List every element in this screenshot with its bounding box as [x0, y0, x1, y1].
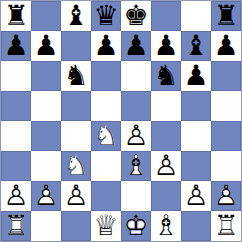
black-queen: ♛	[91, 1, 121, 31]
square-b2[interactable]: ♟♙	[31, 181, 61, 211]
square-f2[interactable]	[151, 181, 181, 211]
black-knight: ♞	[61, 61, 91, 91]
white-queen: ♕	[91, 211, 121, 241]
square-h2[interactable]: ♟♙	[211, 181, 241, 211]
square-b3[interactable]	[31, 151, 61, 181]
white-bishop: ♗	[151, 211, 181, 241]
black-bishop: ♝	[61, 1, 91, 31]
chess-board: ♜♝♛♚♜♟♟♟♟♟♝♟♞♞♟♞♘♟♙♞♘♝♗♟♙♟♙♟♙♟♙♟♙♟♙♜♖♛♕♚…	[0, 0, 242, 242]
square-c1[interactable]	[61, 211, 91, 241]
square-h8[interactable]: ♜	[211, 1, 241, 31]
square-a5[interactable]	[1, 91, 31, 121]
square-g5[interactable]	[181, 91, 211, 121]
square-b7[interactable]: ♟	[31, 31, 61, 61]
square-g4[interactable]	[181, 121, 211, 151]
square-h4[interactable]	[211, 121, 241, 151]
square-b5[interactable]	[31, 91, 61, 121]
square-a1[interactable]: ♜♖	[1, 211, 31, 241]
square-a6[interactable]	[1, 61, 31, 91]
square-d2[interactable]	[91, 181, 121, 211]
black-pawn: ♟	[151, 31, 181, 61]
square-a4[interactable]	[1, 121, 31, 151]
white-rook-fill: ♜	[211, 211, 241, 241]
black-pawn: ♟	[91, 31, 121, 61]
square-f8[interactable]	[151, 1, 181, 31]
square-e4[interactable]: ♟♙	[121, 121, 151, 151]
square-a8[interactable]: ♜	[1, 1, 31, 31]
white-pawn: ♙	[181, 181, 211, 211]
square-f5[interactable]	[151, 91, 181, 121]
square-h3[interactable]	[211, 151, 241, 181]
square-h1[interactable]: ♜♖	[211, 211, 241, 241]
square-e3[interactable]: ♝♗	[121, 151, 151, 181]
square-b6[interactable]	[31, 61, 61, 91]
square-f3[interactable]: ♟♙	[151, 151, 181, 181]
square-b1[interactable]	[31, 211, 61, 241]
square-e5[interactable]	[121, 91, 151, 121]
white-bishop-fill: ♝	[121, 151, 151, 181]
white-pawn-fill: ♟	[151, 151, 181, 181]
square-g3[interactable]	[181, 151, 211, 181]
square-e7[interactable]: ♟	[121, 31, 151, 61]
white-pawn-fill: ♟	[211, 181, 241, 211]
black-bishop: ♝	[181, 31, 211, 61]
white-pawn: ♙	[1, 181, 31, 211]
square-c2[interactable]: ♟♙	[61, 181, 91, 211]
square-c7[interactable]	[61, 31, 91, 61]
white-bishop: ♗	[121, 151, 151, 181]
square-g7[interactable]: ♝	[181, 31, 211, 61]
white-knight-fill: ♞	[61, 151, 91, 181]
white-rook: ♖	[1, 211, 31, 241]
square-d8[interactable]: ♛	[91, 1, 121, 31]
white-king: ♔	[121, 211, 151, 241]
white-pawn-fill: ♟	[121, 121, 151, 151]
square-f4[interactable]	[151, 121, 181, 151]
square-d7[interactable]: ♟	[91, 31, 121, 61]
square-g6[interactable]: ♟	[181, 61, 211, 91]
square-a3[interactable]	[1, 151, 31, 181]
square-d1[interactable]: ♛♕	[91, 211, 121, 241]
black-knight: ♞	[151, 61, 181, 91]
black-pawn: ♟	[1, 31, 31, 61]
square-e2[interactable]	[121, 181, 151, 211]
square-b8[interactable]	[31, 1, 61, 31]
square-h7[interactable]: ♟	[211, 31, 241, 61]
square-e8[interactable]: ♚	[121, 1, 151, 31]
square-a2[interactable]: ♟♙	[1, 181, 31, 211]
black-pawn: ♟	[211, 31, 241, 61]
square-d5[interactable]	[91, 91, 121, 121]
white-pawn: ♙	[211, 181, 241, 211]
white-king-fill: ♚	[121, 211, 151, 241]
square-f1[interactable]: ♝♗	[151, 211, 181, 241]
square-a7[interactable]: ♟	[1, 31, 31, 61]
square-d3[interactable]	[91, 151, 121, 181]
square-g2[interactable]: ♟♙	[181, 181, 211, 211]
black-king: ♚	[121, 1, 151, 31]
white-pawn-fill: ♟	[181, 181, 211, 211]
white-knight-fill: ♞	[91, 121, 121, 151]
white-pawn-fill: ♟	[31, 181, 61, 211]
square-f7[interactable]: ♟	[151, 31, 181, 61]
white-knight: ♘	[61, 151, 91, 181]
square-d6[interactable]	[91, 61, 121, 91]
white-pawn: ♙	[151, 151, 181, 181]
white-pawn: ♙	[61, 181, 91, 211]
square-e1[interactable]: ♚♔	[121, 211, 151, 241]
square-c6[interactable]: ♞	[61, 61, 91, 91]
white-rook: ♖	[211, 211, 241, 241]
black-pawn: ♟	[31, 31, 61, 61]
square-h5[interactable]	[211, 91, 241, 121]
white-knight: ♘	[91, 121, 121, 151]
square-c5[interactable]	[61, 91, 91, 121]
white-pawn: ♙	[31, 181, 61, 211]
chess-board-grid: ♜♝♛♚♜♟♟♟♟♟♝♟♞♞♟♞♘♟♙♞♘♝♗♟♙♟♙♟♙♟♙♟♙♟♙♜♖♛♕♚…	[1, 1, 241, 241]
black-rook: ♜	[1, 1, 31, 31]
square-c4[interactable]	[61, 121, 91, 151]
square-g8[interactable]	[181, 1, 211, 31]
square-g1[interactable]	[181, 211, 211, 241]
white-pawn-fill: ♟	[1, 181, 31, 211]
square-c3[interactable]: ♞♘	[61, 151, 91, 181]
white-pawn-fill: ♟	[61, 181, 91, 211]
square-f6[interactable]: ♞	[151, 61, 181, 91]
square-h6[interactable]	[211, 61, 241, 91]
square-e6[interactable]	[121, 61, 151, 91]
square-b4[interactable]	[31, 121, 61, 151]
white-rook-fill: ♜	[1, 211, 31, 241]
black-pawn: ♟	[121, 31, 151, 61]
square-c8[interactable]: ♝	[61, 1, 91, 31]
black-rook: ♜	[211, 1, 241, 31]
square-d4[interactable]: ♞♘	[91, 121, 121, 151]
black-pawn: ♟	[181, 61, 211, 91]
white-pawn: ♙	[121, 121, 151, 151]
white-queen-fill: ♛	[91, 211, 121, 241]
white-bishop-fill: ♝	[151, 211, 181, 241]
